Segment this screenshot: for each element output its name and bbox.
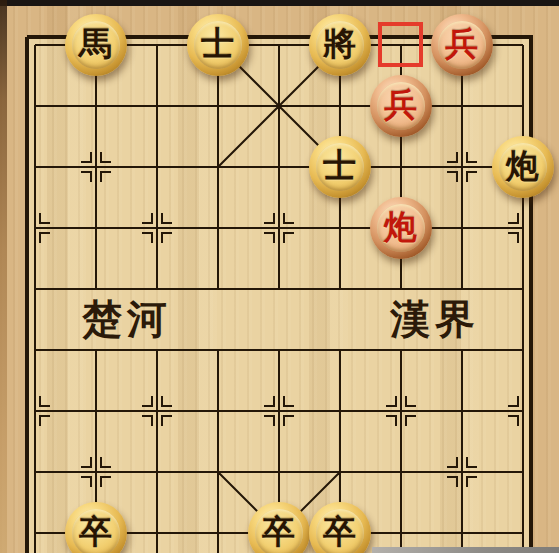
black-general[interactable]: 將 (309, 14, 371, 76)
left-edge-shadow (0, 0, 7, 553)
red-soldier[interactable]: 兵 (370, 75, 432, 137)
black-horse[interactable]: 馬 (65, 14, 127, 76)
piece-character: 士 (323, 149, 356, 182)
black-soldier[interactable]: 卒 (248, 502, 310, 553)
piece-character: 馬 (79, 27, 112, 60)
bottom-edge-bar (372, 547, 559, 553)
piece-character: 炮 (384, 210, 417, 243)
piece-character: 兵 (384, 88, 417, 121)
xiangqi-app: 楚河 漢界 馬士將兵兵士炮炮卒卒卒 (0, 0, 559, 553)
piece-character: 炮 (506, 149, 539, 182)
black-soldier[interactable]: 卒 (65, 502, 127, 553)
piece-character: 卒 (323, 515, 356, 548)
piece-character: 兵 (445, 27, 478, 60)
black-advisor[interactable]: 士 (309, 136, 371, 198)
piece-character: 將 (323, 27, 356, 60)
piece-character: 卒 (79, 515, 112, 548)
black-soldier[interactable]: 卒 (309, 502, 371, 553)
piece-face: 士 (194, 21, 242, 69)
piece-face: 卒 (316, 509, 364, 553)
piece-character: 士 (201, 27, 234, 60)
top-edge-strip (0, 0, 559, 6)
last-move-marker (378, 22, 423, 67)
piece-face: 兵 (377, 82, 425, 130)
piece-character: 卒 (262, 515, 295, 548)
piece-face: 馬 (72, 21, 120, 69)
piece-face: 將 (316, 21, 364, 69)
piece-face: 炮 (377, 204, 425, 252)
red-cannon[interactable]: 炮 (370, 197, 432, 259)
board-grid[interactable]: 馬士將兵兵士炮炮卒卒卒 (4, 14, 553, 553)
piece-face: 卒 (72, 509, 120, 553)
piece-face: 兵 (438, 21, 486, 69)
piece-face: 士 (316, 143, 364, 191)
piece-face: 卒 (255, 509, 303, 553)
black-cannon[interactable]: 炮 (492, 136, 554, 198)
black-advisor[interactable]: 士 (187, 14, 249, 76)
piece-face: 炮 (499, 143, 547, 191)
red-soldier[interactable]: 兵 (431, 14, 493, 76)
